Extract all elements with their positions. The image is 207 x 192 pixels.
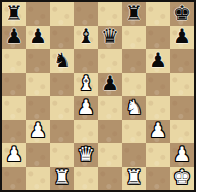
square-h5[interactable] (170, 73, 194, 97)
piece-white-pawn-g3: ♟ (149, 120, 167, 140)
square-c2[interactable] (50, 143, 74, 167)
piece-black-knight-c6: ♞ (53, 50, 71, 70)
piece-black-bishop-d7: ♝ (77, 26, 95, 46)
piece-white-rook-f1: ♜ (125, 167, 143, 187)
square-b2[interactable] (26, 143, 50, 167)
square-c5[interactable] (50, 73, 74, 97)
piece-white-queen-d2: ♛ (77, 144, 95, 164)
square-d6[interactable] (74, 49, 98, 73)
piece-black-king-h8: ♚ (173, 3, 191, 23)
square-f4[interactable]: ♞ (122, 96, 146, 120)
square-c7[interactable] (50, 26, 74, 50)
square-a1[interactable] (2, 167, 26, 191)
piece-white-pawn-a2: ♟ (5, 144, 23, 164)
piece-black-pawn-g6: ♟ (149, 50, 167, 70)
piece-white-rook-c1: ♜ (53, 167, 71, 187)
piece-black-pawn-b7: ♟ (29, 26, 47, 46)
square-h1[interactable]: ♚ (170, 167, 194, 191)
square-g2[interactable] (146, 143, 170, 167)
square-h4[interactable] (170, 96, 194, 120)
piece-white-bishop-d5: ♝ (77, 73, 95, 93)
square-c4[interactable] (50, 96, 74, 120)
square-a6[interactable] (2, 49, 26, 73)
square-c3[interactable] (50, 120, 74, 144)
square-a8[interactable]: ♜ (2, 2, 26, 26)
square-e7[interactable]: ♛ (98, 26, 122, 50)
square-d2[interactable]: ♛ (74, 143, 98, 167)
square-b3[interactable]: ♟ (26, 120, 50, 144)
square-h7[interactable]: ♟ (170, 26, 194, 50)
square-b7[interactable]: ♟ (26, 26, 50, 50)
square-e8[interactable] (98, 2, 122, 26)
square-a5[interactable] (2, 73, 26, 97)
square-g1[interactable] (146, 167, 170, 191)
square-d3[interactable] (74, 120, 98, 144)
square-g4[interactable] (146, 96, 170, 120)
piece-white-pawn-h2: ♟ (173, 144, 191, 164)
piece-black-pawn-h7: ♟ (173, 26, 191, 46)
square-d1[interactable] (74, 167, 98, 191)
square-g6[interactable]: ♟ (146, 49, 170, 73)
square-f3[interactable] (122, 120, 146, 144)
piece-white-pawn-b3: ♟ (29, 120, 47, 140)
square-f2[interactable] (122, 143, 146, 167)
square-a7[interactable]: ♟ (2, 26, 26, 50)
piece-black-rook-f8: ♜ (125, 3, 143, 23)
square-f7[interactable] (122, 26, 146, 50)
piece-white-pawn-d4: ♟ (77, 97, 95, 117)
square-d7[interactable]: ♝ (74, 26, 98, 50)
square-h3[interactable] (170, 120, 194, 144)
square-e6[interactable] (98, 49, 122, 73)
square-f8[interactable]: ♜ (122, 2, 146, 26)
square-f6[interactable] (122, 49, 146, 73)
square-f1[interactable]: ♜ (122, 167, 146, 191)
piece-white-knight-f4: ♞ (125, 97, 143, 117)
piece-black-pawn-e5: ♟ (101, 73, 119, 93)
square-e2[interactable] (98, 143, 122, 167)
square-g7[interactable] (146, 26, 170, 50)
square-b5[interactable] (26, 73, 50, 97)
piece-black-rook-a8: ♜ (5, 3, 23, 23)
square-c1[interactable]: ♜ (50, 167, 74, 191)
square-e3[interactable] (98, 120, 122, 144)
square-c6[interactable]: ♞ (50, 49, 74, 73)
square-d5[interactable]: ♝ (74, 73, 98, 97)
square-h6[interactable] (170, 49, 194, 73)
square-h2[interactable]: ♟ (170, 143, 194, 167)
square-b4[interactable] (26, 96, 50, 120)
chess-diagram: ♜♜♚♟♟♝♛♟♞♟♝♟♟♞♟♟♟♛♟♜♜♚ (0, 0, 207, 192)
square-f5[interactable] (122, 73, 146, 97)
piece-black-pawn-a7: ♟ (5, 26, 23, 46)
square-g8[interactable] (146, 2, 170, 26)
square-d8[interactable] (74, 2, 98, 26)
square-e5[interactable]: ♟ (98, 73, 122, 97)
square-g5[interactable] (146, 73, 170, 97)
square-d4[interactable]: ♟ (74, 96, 98, 120)
chess-board: ♜♜♚♟♟♝♛♟♞♟♝♟♟♞♟♟♟♛♟♜♜♚ (0, 0, 196, 192)
square-b1[interactable] (26, 167, 50, 191)
square-h8[interactable]: ♚ (170, 2, 194, 26)
piece-white-king-h1: ♚ (173, 167, 191, 187)
square-b6[interactable] (26, 49, 50, 73)
piece-black-queen-e7: ♛ (101, 26, 119, 46)
square-c8[interactable] (50, 2, 74, 26)
square-a3[interactable] (2, 120, 26, 144)
square-e4[interactable] (98, 96, 122, 120)
square-g3[interactable]: ♟ (146, 120, 170, 144)
square-b8[interactable] (26, 2, 50, 26)
square-e1[interactable] (98, 167, 122, 191)
square-a4[interactable] (2, 96, 26, 120)
square-a2[interactable]: ♟ (2, 143, 26, 167)
